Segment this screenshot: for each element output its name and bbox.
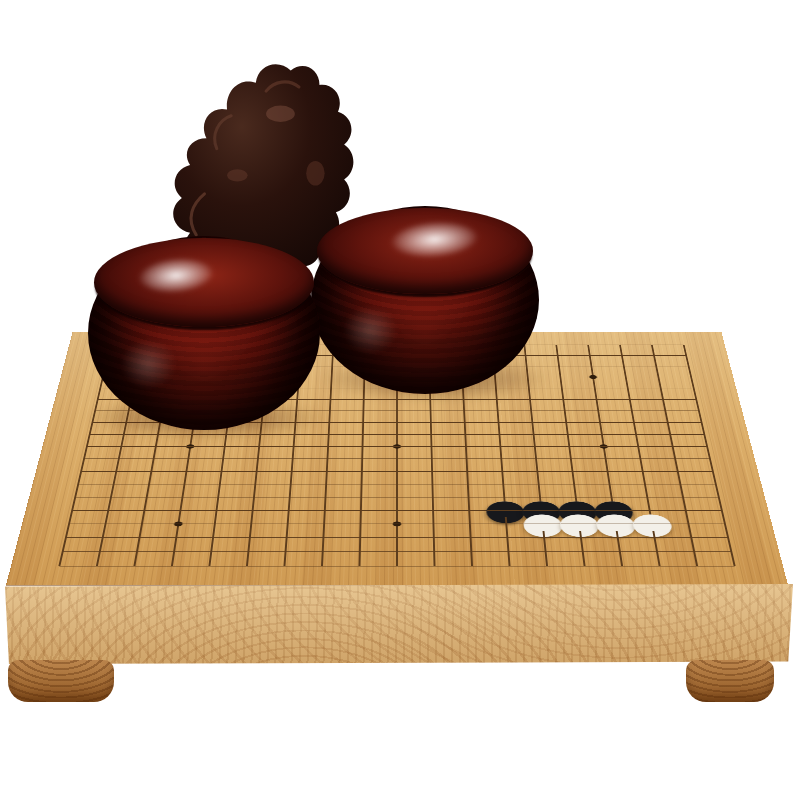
go-intersection[interactable] <box>672 531 712 545</box>
go-intersection[interactable] <box>518 453 554 465</box>
carving-gloss <box>227 169 248 181</box>
carving-gloss <box>266 105 295 121</box>
go-intersection[interactable] <box>610 383 645 394</box>
go-intersection[interactable] <box>117 545 157 559</box>
go-intersection[interactable] <box>380 440 415 452</box>
go-intersection[interactable] <box>344 478 380 491</box>
go-intersection[interactable] <box>674 372 709 383</box>
go-intersection[interactable] <box>450 478 486 491</box>
go-intersection[interactable] <box>205 453 241 465</box>
go-intersection[interactable]: ● <box>633 517 672 531</box>
go-intersection[interactable] <box>578 383 613 394</box>
go-intersection[interactable] <box>449 453 484 465</box>
go-intersection[interactable] <box>549 417 584 429</box>
go-intersection[interactable] <box>584 428 620 440</box>
go-intersection[interactable] <box>488 517 525 531</box>
go-intersection[interactable] <box>667 340 701 350</box>
go-intersection[interactable] <box>705 517 745 531</box>
go-intersection[interactable] <box>513 394 547 405</box>
go-intersection[interactable] <box>227 559 266 573</box>
go-intersection[interactable] <box>650 417 686 429</box>
go-intersection[interactable] <box>89 504 128 517</box>
go-intersection[interactable] <box>341 545 379 559</box>
go-intersection[interactable] <box>415 504 451 517</box>
board-leg-right <box>686 660 774 702</box>
go-intersection[interactable] <box>159 517 198 531</box>
go-intersection[interactable] <box>516 428 551 440</box>
go-intersection[interactable] <box>344 465 379 478</box>
go-intersection[interactable] <box>562 531 601 545</box>
go-intersection[interactable] <box>120 531 159 545</box>
go-intersection[interactable] <box>614 405 650 417</box>
carving-gloss <box>306 161 324 186</box>
go-intersection[interactable] <box>669 517 708 531</box>
go-intersection[interactable] <box>231 531 269 545</box>
go-intersection[interactable] <box>190 559 229 573</box>
go-intersection[interactable] <box>485 478 521 491</box>
go-intersection[interactable] <box>198 504 236 517</box>
board-leg-left <box>8 660 114 702</box>
go-intersection[interactable] <box>379 491 415 504</box>
go-intersection[interactable] <box>306 504 343 517</box>
go-intersection[interactable] <box>342 531 379 545</box>
go-intersection[interactable] <box>342 517 379 531</box>
go-intersection[interactable] <box>380 453 415 465</box>
go-intersection[interactable] <box>483 440 518 452</box>
go-intersection[interactable] <box>448 428 483 440</box>
go-intersection[interactable] <box>415 531 452 545</box>
go-intersection[interactable] <box>241 440 277 452</box>
go-intersection[interactable] <box>607 361 641 372</box>
go-intersection[interactable] <box>414 417 448 429</box>
go-intersection[interactable] <box>674 545 714 559</box>
go-intersection[interactable] <box>343 491 379 504</box>
go-intersection[interactable] <box>276 440 311 452</box>
go-intersection[interactable] <box>576 372 610 383</box>
go-intersection[interactable] <box>235 491 272 504</box>
go-intersection[interactable] <box>345 440 380 452</box>
go-intersection[interactable] <box>447 405 481 417</box>
go-intersection[interactable] <box>46 531 86 545</box>
go-intersection[interactable] <box>133 465 170 478</box>
go-intersection[interactable] <box>571 340 604 350</box>
go-intersection[interactable] <box>164 491 202 504</box>
go-intersection[interactable] <box>657 453 694 465</box>
go-intersection[interactable] <box>272 478 308 491</box>
go-intersection[interactable] <box>714 559 755 573</box>
go-intersection[interactable] <box>694 465 732 478</box>
go-intersection[interactable] <box>100 453 137 465</box>
go-intersection[interactable] <box>269 517 306 531</box>
go-intersection[interactable]: ● <box>487 504 524 517</box>
go-intersection[interactable] <box>192 545 231 559</box>
go-intersection[interactable] <box>450 491 486 504</box>
go-intersection[interactable] <box>415 545 453 559</box>
go-intersection[interactable] <box>240 453 276 465</box>
go-intersection[interactable] <box>581 405 616 417</box>
go-intersection[interactable] <box>95 478 133 491</box>
go-intersection[interactable] <box>602 559 642 573</box>
go-intersection[interactable] <box>526 545 565 559</box>
go-intersection[interactable] <box>637 545 677 559</box>
star-point <box>599 444 608 448</box>
go-intersection[interactable] <box>80 545 120 559</box>
go-intersection[interactable] <box>345 453 380 465</box>
go-intersection[interactable] <box>448 417 482 429</box>
go-intersection[interactable] <box>691 453 729 465</box>
go-intersection[interactable] <box>379 504 415 517</box>
board-front-face <box>5 584 793 664</box>
go-intersection[interactable] <box>616 417 652 429</box>
go-intersection[interactable] <box>451 504 488 517</box>
go-intersection[interactable] <box>168 465 205 478</box>
go-intersection[interactable] <box>489 531 527 545</box>
go-intersection[interactable] <box>135 453 172 465</box>
go-intersection[interactable] <box>194 531 233 545</box>
go-intersection[interactable] <box>652 428 689 440</box>
go-intersection[interactable] <box>573 350 607 361</box>
go-intersection[interactable] <box>628 491 666 504</box>
go-intersection[interactable] <box>579 394 614 405</box>
go-intersection[interactable] <box>643 383 678 394</box>
go-intersection[interactable] <box>565 559 604 573</box>
go-intersection[interactable] <box>551 440 587 452</box>
go-intersection[interactable] <box>270 504 307 517</box>
go-intersection[interactable] <box>554 465 591 478</box>
go-intersection[interactable] <box>609 372 644 383</box>
go-intersection[interactable] <box>676 383 712 394</box>
go-intersection[interactable] <box>234 504 271 517</box>
product-photo-scene: ●●●●●●●● <box>0 0 800 800</box>
go-intersection[interactable] <box>542 361 576 372</box>
go-intersection[interactable] <box>683 417 720 429</box>
go-intersection[interactable] <box>519 465 555 478</box>
go-intersection[interactable] <box>591 478 628 491</box>
go-intersection[interactable] <box>340 559 378 573</box>
go-intersection[interactable] <box>635 340 669 350</box>
go-intersection[interactable] <box>114 559 154 573</box>
go-intersection[interactable] <box>586 440 622 452</box>
go-intersection[interactable] <box>170 453 207 465</box>
go-intersection[interactable] <box>414 405 448 417</box>
go-intersection[interactable] <box>540 340 573 350</box>
go-intersection[interactable] <box>379 517 416 531</box>
go-intersection[interactable] <box>166 478 203 491</box>
go-intersection[interactable] <box>598 531 637 545</box>
go-intersection[interactable] <box>379 478 415 491</box>
go-intersection[interactable] <box>637 350 671 361</box>
go-intersection[interactable] <box>201 478 238 491</box>
go-intersection[interactable] <box>574 361 608 372</box>
go-intersection[interactable] <box>587 453 624 465</box>
bowl-sheen <box>109 329 188 399</box>
go-intersection[interactable] <box>380 405 414 417</box>
go-intersection[interactable] <box>172 440 208 452</box>
go-intersection[interactable] <box>489 545 527 559</box>
go-intersection[interactable] <box>452 531 490 545</box>
go-intersection[interactable] <box>414 440 449 452</box>
go-intersection[interactable] <box>346 428 380 440</box>
go-intersection[interactable] <box>122 517 161 531</box>
go-intersection[interactable] <box>699 491 738 504</box>
go-intersection[interactable] <box>415 517 452 531</box>
go-intersection[interactable] <box>152 559 192 573</box>
go-intersection[interactable] <box>237 478 274 491</box>
go-intersection[interactable] <box>346 405 380 417</box>
go-intersection[interactable] <box>605 350 639 361</box>
go-intersection[interactable] <box>304 545 342 559</box>
go-intersection[interactable] <box>59 478 97 491</box>
go-intersection[interactable] <box>83 531 123 545</box>
go-intersection[interactable] <box>689 440 726 452</box>
go-intersection[interactable] <box>266 545 304 559</box>
go-intersection[interactable] <box>196 517 234 531</box>
go-intersection[interactable] <box>681 405 717 417</box>
go-intersection[interactable] <box>545 383 579 394</box>
go-intersection[interactable] <box>305 531 343 545</box>
go-intersection[interactable] <box>702 504 741 517</box>
go-intersection[interactable] <box>161 504 199 517</box>
go-intersection[interactable] <box>380 417 414 429</box>
go-intersection[interactable] <box>378 559 416 573</box>
go-intersection[interactable] <box>56 491 95 504</box>
go-intersection[interactable] <box>154 545 193 559</box>
go-intersection[interactable] <box>415 478 451 491</box>
go-intersection[interactable] <box>480 405 514 417</box>
go-intersection[interactable] <box>378 545 415 559</box>
go-intersection[interactable] <box>414 428 448 440</box>
go-intersection[interactable] <box>274 465 310 478</box>
go-intersection[interactable] <box>379 465 414 478</box>
go-intersection[interactable] <box>635 531 674 545</box>
go-intersection[interactable] <box>229 545 268 559</box>
go-intersection[interactable] <box>71 428 108 440</box>
go-intersection[interactable] <box>669 350 704 361</box>
go-intersection[interactable] <box>128 491 166 504</box>
go-intersection[interactable] <box>103 440 140 452</box>
go-intersection[interactable] <box>39 559 80 573</box>
go-intersection[interactable] <box>130 478 168 491</box>
go-intersection[interactable] <box>484 465 520 478</box>
go-intersection[interactable] <box>265 559 304 573</box>
go-intersection[interactable] <box>626 478 664 491</box>
go-intersection[interactable] <box>310 440 345 452</box>
go-intersection[interactable] <box>92 491 130 504</box>
go-intersection[interactable] <box>556 478 593 491</box>
go-intersection[interactable] <box>677 559 717 573</box>
star-point <box>174 522 183 527</box>
go-intersection[interactable] <box>97 465 135 478</box>
go-intersection[interactable] <box>490 559 529 573</box>
go-intersection[interactable] <box>77 559 117 573</box>
go-intersection[interactable] <box>49 517 89 531</box>
go-intersection[interactable] <box>232 517 270 531</box>
go-intersection[interactable] <box>697 478 735 491</box>
go-intersection[interactable] <box>452 545 490 559</box>
go-intersection[interactable] <box>65 453 103 465</box>
go-intersection[interactable] <box>661 478 699 491</box>
go-intersection[interactable] <box>664 491 702 504</box>
go-intersection[interactable] <box>238 465 274 478</box>
go-intersection[interactable] <box>641 372 676 383</box>
go-intersection[interactable] <box>308 478 344 491</box>
go-intersection[interactable] <box>612 394 647 405</box>
go-intersection[interactable] <box>639 361 674 372</box>
star-point <box>186 444 195 448</box>
go-intersection[interactable] <box>678 394 714 405</box>
go-intersection[interactable] <box>271 491 308 504</box>
go-intersection[interactable] <box>309 465 345 478</box>
go-intersection[interactable] <box>620 440 657 452</box>
go-intersection[interactable] <box>563 545 602 559</box>
go-intersection[interactable] <box>654 440 691 452</box>
go-intersection[interactable] <box>622 453 659 465</box>
go-intersection[interactable] <box>380 428 414 440</box>
go-intersection[interactable] <box>414 453 449 465</box>
go-intersection[interactable] <box>86 517 125 531</box>
go-intersection[interactable] <box>645 394 681 405</box>
go-intersection[interactable] <box>203 465 240 478</box>
go-intersection[interactable] <box>62 465 100 478</box>
go-intersection[interactable] <box>528 559 567 573</box>
go-intersection[interactable] <box>68 440 105 452</box>
go-intersection[interactable] <box>541 350 574 361</box>
go-intersection[interactable] <box>624 465 661 478</box>
go-intersection[interactable] <box>416 559 454 573</box>
go-intersection[interactable] <box>711 545 751 559</box>
go-intersection[interactable] <box>550 428 586 440</box>
go-intersection[interactable] <box>546 394 581 405</box>
go-intersection[interactable] <box>199 491 236 504</box>
go-intersection[interactable] <box>310 453 345 465</box>
go-intersection[interactable] <box>647 405 683 417</box>
go-intersection[interactable] <box>514 405 549 417</box>
go-intersection[interactable] <box>414 465 449 478</box>
go-intersection[interactable] <box>448 440 483 452</box>
go-intersection[interactable] <box>708 531 748 545</box>
go-intersection[interactable] <box>671 361 706 372</box>
go-intersection[interactable] <box>686 428 723 440</box>
go-intersection[interactable] <box>547 405 582 417</box>
go-intersection[interactable] <box>379 531 416 545</box>
go-intersection[interactable] <box>640 559 680 573</box>
go-intersection[interactable] <box>207 440 243 452</box>
go-intersection[interactable] <box>307 491 343 504</box>
go-intersection[interactable] <box>453 559 491 573</box>
bowl-sheen <box>332 296 410 364</box>
go-intersection[interactable] <box>52 504 91 517</box>
go-intersection[interactable] <box>157 531 196 545</box>
star-point <box>589 375 597 379</box>
go-intersection[interactable] <box>451 517 488 531</box>
go-intersection[interactable] <box>311 428 346 440</box>
go-intersection[interactable] <box>137 440 174 452</box>
go-intersection[interactable] <box>484 453 520 465</box>
go-intersection[interactable] <box>553 453 589 465</box>
go-intersection[interactable] <box>525 531 563 545</box>
star-point <box>393 522 402 527</box>
go-intersection[interactable] <box>589 465 626 478</box>
go-intersection[interactable] <box>582 417 618 429</box>
go-intersection[interactable] <box>520 478 557 491</box>
go-bowl-right[interactable] <box>311 206 539 394</box>
go-intersection[interactable] <box>618 428 654 440</box>
go-intersection[interactable] <box>482 428 517 440</box>
star-point <box>393 444 401 448</box>
go-intersection[interactable] <box>275 453 311 465</box>
go-intersection[interactable] <box>603 340 637 350</box>
go-intersection[interactable] <box>343 504 379 517</box>
go-intersection[interactable] <box>659 465 697 478</box>
go-bowl-left[interactable] <box>88 236 320 430</box>
go-intersection[interactable] <box>42 545 82 559</box>
go-intersection[interactable] <box>415 491 451 504</box>
go-intersection[interactable] <box>305 517 342 531</box>
go-intersection[interactable] <box>268 531 306 545</box>
go-intersection[interactable] <box>481 417 516 429</box>
go-intersection[interactable] <box>515 417 550 429</box>
go-intersection[interactable] <box>303 559 341 573</box>
go-intersection[interactable] <box>600 545 639 559</box>
go-intersection[interactable] <box>125 504 163 517</box>
go-intersection[interactable] <box>449 465 485 478</box>
go-intersection[interactable] <box>517 440 553 452</box>
go-intersection[interactable] <box>346 417 380 429</box>
